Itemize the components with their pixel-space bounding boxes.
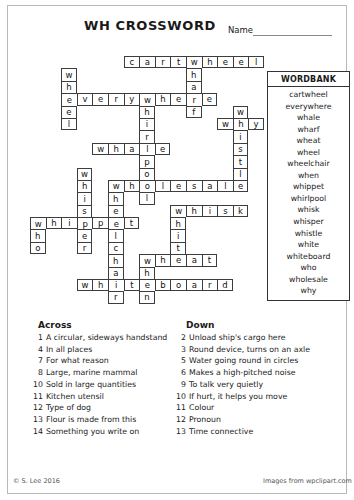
- grid-cell-r13c6[interactable]: t: [124, 217, 140, 229]
- clue-text: If hurt, it helps you move: [189, 391, 287, 403]
- grid-cell-r16c8[interactable]: h: [155, 254, 171, 266]
- wordbank-word: whisk: [268, 204, 349, 216]
- down-clues-section: Down 2Unload ship's cargo here3Round dev…: [170, 320, 346, 437]
- page-title: WH CROSSWORD: [84, 18, 216, 33]
- clue-item: 1A circular, sideways handstand: [28, 332, 170, 344]
- grid-cell-r18c11[interactable]: r: [202, 279, 218, 291]
- clue-text: Type of dog: [46, 402, 91, 414]
- grid-cell-r1c2[interactable]: w: [61, 68, 77, 80]
- clue-text: Large, marine mammal: [46, 367, 137, 379]
- grid-cell-r12c3[interactable]: s: [77, 205, 93, 217]
- clue-item: 2Unload ship's cargo here: [170, 332, 346, 344]
- grid-cell-r3c3[interactable]: v: [77, 93, 93, 105]
- grid-cell-r12c12[interactable]: s: [217, 205, 233, 217]
- grid-cell-r13c9[interactable]: h: [170, 217, 186, 229]
- clue-number: 7: [28, 355, 43, 367]
- clue-number: 9: [170, 379, 186, 391]
- wordbank-word: whiteboard: [268, 251, 349, 263]
- clue-item: 13Flour is made from this: [28, 414, 170, 426]
- grid-cell-r6c7[interactable]: r: [139, 130, 155, 142]
- grid-cell-r11c3[interactable]: i: [77, 192, 93, 204]
- crossword-grid: cartwheelwhhaeverywhereehfwliwhyriwhales…: [30, 56, 264, 304]
- clue-text: In all places: [46, 344, 92, 356]
- clue-number: 13: [170, 426, 186, 438]
- clue-item: 12Type of dog: [28, 402, 170, 414]
- grid-cell-r4c13[interactable]: w: [233, 106, 249, 118]
- grid-cell-r16c7[interactable]: w: [139, 254, 155, 266]
- grid-cell-r0c14[interactable]: l: [248, 56, 264, 68]
- grid-cell-r8c13[interactable]: t: [233, 155, 249, 167]
- grid-cell-r10c12[interactable]: l: [217, 180, 233, 192]
- grid-cell-r9c7[interactable]: o: [139, 168, 155, 180]
- grid-cell-r18c7[interactable]: e: [139, 279, 155, 291]
- clue-text: Round device, turns on an axle: [189, 344, 310, 356]
- grid-cell-r14c9[interactable]: i: [170, 229, 186, 241]
- grid-cell-r7c8[interactable]: e: [155, 143, 171, 155]
- wordbank-word: wheat: [268, 135, 349, 147]
- across-clues-section: Across 1A circular, sideways handstand4I…: [28, 320, 170, 437]
- grid-cell-r14c5[interactable]: l: [108, 229, 124, 241]
- grid-cell-r3c6[interactable]: y: [124, 93, 140, 105]
- grid-cell-r7c5[interactable]: h: [108, 143, 124, 155]
- clue-number: 6: [170, 367, 186, 379]
- grid-cell-r0c12[interactable]: e: [217, 56, 233, 68]
- grid-cell-r11c7[interactable]: l: [139, 192, 155, 204]
- clue-item: 6Makes a high-pitched noise: [170, 367, 346, 379]
- grid-cell-r13c5[interactable]: e: [108, 217, 124, 229]
- wordbank-word: white: [268, 239, 349, 251]
- grid-cell-r10c5[interactable]: w: [108, 180, 124, 192]
- grid-cell-r3c7[interactable]: w: [139, 93, 155, 105]
- grid-cell-r16c11[interactable]: t: [202, 254, 218, 266]
- grid-cell-r1c10[interactable]: h: [186, 68, 202, 80]
- wordbank-word: whirlpool: [268, 193, 349, 205]
- clue-number: 14: [28, 426, 43, 438]
- grid-cell-r14c3[interactable]: e: [77, 229, 93, 241]
- wordbank-list: cartwheeleverywherewhalewharfwheatwheelw…: [268, 87, 349, 300]
- clue-number: 11: [170, 402, 186, 414]
- grid-cell-r3c4[interactable]: e: [92, 93, 108, 105]
- grid-cell-r10c3[interactable]: h: [77, 180, 93, 192]
- grid-cell-r12c10[interactable]: h: [186, 205, 202, 217]
- grid-cell-r10c9[interactable]: e: [170, 180, 186, 192]
- wordbank-title: WORDBANK: [268, 72, 349, 87]
- grid-cell-r10c13[interactable]: e: [233, 180, 249, 192]
- grid-cell-r19c5[interactable]: r: [108, 291, 124, 303]
- grid-cell-r0c6[interactable]: c: [124, 56, 140, 68]
- grid-cell-r12c11[interactable]: i: [202, 205, 218, 217]
- grid-cell-r5c7[interactable]: i: [139, 118, 155, 130]
- grid-cell-r12c13[interactable]: k: [233, 205, 249, 217]
- name-input-line[interactable]: [253, 26, 332, 36]
- clue-number: 12: [28, 402, 43, 414]
- across-heading: Across: [38, 320, 170, 330]
- grid-cell-r18c9[interactable]: o: [170, 279, 186, 291]
- copyright-text: © S. Lee 2016: [13, 477, 60, 485]
- grid-cell-r6c13[interactable]: i: [233, 130, 249, 142]
- wordbank-word: everywhere: [268, 101, 349, 113]
- grid-cell-r16c10[interactable]: a: [186, 254, 202, 266]
- grid-cell-r12c9[interactable]: w: [170, 205, 186, 217]
- across-clue-list: 1A circular, sideways handstand4In all p…: [28, 332, 170, 437]
- grid-cell-r3c5[interactable]: r: [108, 93, 124, 105]
- wordbank-word: who: [268, 262, 349, 274]
- clue-text: Pronoun: [189, 414, 221, 426]
- grid-cell-r7c4[interactable]: w: [92, 143, 108, 155]
- clue-item: 12Pronoun: [170, 414, 346, 426]
- grid-cell-r11c5[interactable]: h: [108, 192, 124, 204]
- grid-cell-r2c2[interactable]: h: [61, 81, 77, 93]
- clue-number: 8: [28, 367, 43, 379]
- grid-cell-r18c3[interactable]: w: [77, 279, 93, 291]
- grid-cell-r3c11[interactable]: e: [202, 93, 218, 105]
- grid-cell-r18c8[interactable]: b: [155, 279, 171, 291]
- grid-cell-r5c13[interactable]: h: [233, 118, 249, 130]
- clue-number: 13: [28, 414, 43, 426]
- down-heading: Down: [186, 320, 346, 330]
- clue-item: 13Time connective: [170, 426, 346, 438]
- grid-cell-r18c12[interactable]: d: [217, 279, 233, 291]
- clue-text: For what reason: [46, 355, 109, 367]
- grid-cell-r4c7[interactable]: h: [139, 106, 155, 118]
- grid-cell-r5c14[interactable]: y: [248, 118, 264, 130]
- clue-number: 10: [28, 379, 43, 391]
- grid-cell-r0c11[interactable]: h: [202, 56, 218, 68]
- grid-cell-r12c5[interactable]: e: [108, 205, 124, 217]
- clue-text: Time connective: [189, 426, 253, 438]
- clue-number: 5: [170, 355, 186, 367]
- clue-text: To talk very quietly: [189, 379, 263, 391]
- grid-cell-r3c9[interactable]: e: [170, 93, 186, 105]
- clue-text: Makes a high-pitched noise: [189, 367, 296, 379]
- grid-cell-r18c10[interactable]: a: [186, 279, 202, 291]
- grid-cell-r17c7[interactable]: h: [139, 267, 155, 279]
- clue-number: 12: [170, 414, 186, 426]
- grid-cell-r0c7[interactable]: a: [139, 56, 155, 68]
- grid-cell-r13c1[interactable]: h: [46, 217, 62, 229]
- grid-cell-r16c5[interactable]: h: [108, 254, 124, 266]
- credit-text: Images from wpclipart.com: [263, 477, 352, 485]
- grid-cell-r7c7[interactable]: l: [139, 143, 155, 155]
- grid-cell-r9c3[interactable]: w: [77, 168, 93, 180]
- clue-text: Water going round in circles: [189, 355, 298, 367]
- clue-text: Unload ship's cargo here: [189, 332, 286, 344]
- grid-cell-r16c9[interactable]: e: [170, 254, 186, 266]
- clue-text: Sold in large quantities: [46, 379, 136, 391]
- grid-cell-r13c0[interactable]: w: [30, 217, 46, 229]
- grid-cell-r14c0[interactable]: h: [30, 229, 46, 241]
- grid-cell-r0c10[interactable]: w: [186, 56, 202, 68]
- wordbank-word: when: [268, 170, 349, 182]
- grid-cell-r3c10[interactable]: r: [186, 93, 202, 105]
- grid-cell-r5c2[interactable]: l: [61, 118, 77, 130]
- clue-text: A circular, sideways handstand: [46, 332, 167, 344]
- grid-cell-r15c3[interactable]: r: [77, 242, 93, 254]
- clue-number: 1: [28, 332, 43, 344]
- grid-cell-r0c9[interactable]: t: [170, 56, 186, 68]
- clue-item: 4In all places: [28, 344, 170, 356]
- grid-cell-r0c13[interactable]: e: [233, 56, 249, 68]
- down-clue-list: 2Unload ship's cargo here3Round device, …: [170, 332, 346, 437]
- clue-text: Kitchen utensil: [46, 391, 104, 403]
- clue-item: 5Water going round in circles: [170, 355, 346, 367]
- grid-cell-r15c0[interactable]: o: [30, 242, 46, 254]
- wordbank: WORDBANK cartwheeleverywherewhalewharfwh…: [267, 71, 350, 301]
- grid-cell-r10c8[interactable]: l: [155, 180, 171, 192]
- clue-text: Colour: [189, 402, 214, 414]
- grid-cell-r13c2[interactable]: i: [61, 217, 77, 229]
- grid-cell-r3c8[interactable]: h: [155, 93, 171, 105]
- clue-text: Something you write on: [46, 426, 139, 438]
- grid-cell-r17c5[interactable]: a: [108, 267, 124, 279]
- grid-cell-r19c7[interactable]: n: [139, 291, 155, 303]
- grid-cell-r15c9[interactable]: t: [170, 242, 186, 254]
- clue-item: 10If hurt, it helps you move: [170, 391, 346, 403]
- wordbank-word: wheelchair: [268, 158, 349, 170]
- clue-text: Flour is made from this: [46, 414, 136, 426]
- grid-cell-r0c8[interactable]: r: [155, 56, 171, 68]
- grid-cell-r18c6[interactable]: t: [124, 279, 140, 291]
- grid-cell-r10c7[interactable]: o: [139, 180, 155, 192]
- grid-cell-r7c6[interactable]: a: [124, 143, 140, 155]
- clue-number: 2: [170, 332, 186, 344]
- grid-cell-r4c2[interactable]: e: [61, 106, 77, 118]
- clue-number: 11: [28, 391, 43, 403]
- grid-cell-r3c2[interactable]: e: [61, 93, 77, 105]
- clue-item: 11Kitchen utensil: [28, 391, 170, 403]
- grid-cell-r15c5[interactable]: c: [108, 242, 124, 254]
- clue-number: 4: [28, 344, 43, 356]
- grid-cell-r10c10[interactable]: s: [186, 180, 202, 192]
- wordbank-word: whisper: [268, 216, 349, 228]
- grid-cell-r2c10[interactable]: a: [186, 81, 202, 93]
- grid-cell-r5c12[interactable]: w: [217, 118, 233, 130]
- grid-cell-r7c13[interactable]: s: [233, 143, 249, 155]
- wordbank-word: whistle: [268, 228, 349, 240]
- wordbank-word: cartwheel: [268, 89, 349, 101]
- clue-item: 11Colour: [170, 402, 346, 414]
- grid-cell-r18c4[interactable]: h: [92, 279, 108, 291]
- clue-item: 14Something you write on: [28, 426, 170, 438]
- grid-cell-r10c6[interactable]: h: [124, 180, 140, 192]
- wordbank-word: wheel: [268, 147, 349, 159]
- name-label: Name: [228, 25, 253, 35]
- grid-cell-r18c5[interactable]: i: [108, 279, 124, 291]
- wordbank-word: wholesale: [268, 274, 349, 286]
- wordbank-word: whippet: [268, 181, 349, 193]
- grid-cell-r8c7[interactable]: p: [139, 155, 155, 167]
- grid-cell-r13c4[interactable]: p: [92, 217, 108, 229]
- clue-item: 3Round device, turns on an axle: [170, 344, 346, 356]
- clue-item: 10Sold in large quantities: [28, 379, 170, 391]
- grid-cell-r9c13[interactable]: l: [233, 168, 249, 180]
- clue-item: 9To talk very quietly: [170, 379, 346, 391]
- clue-item: 8Large, marine mammal: [28, 367, 170, 379]
- wordbank-word: whale: [268, 112, 349, 124]
- clue-item: 7For what reason: [28, 355, 170, 367]
- grid-cell-r10c11[interactable]: a: [202, 180, 218, 192]
- grid-cell-r13c3[interactable]: p: [77, 217, 93, 229]
- clue-number: 10: [170, 391, 186, 403]
- wordbank-word: why: [268, 285, 349, 297]
- wordbank-word: wharf: [268, 124, 349, 136]
- clue-number: 3: [170, 344, 186, 356]
- grid-cell-r4c10[interactable]: f: [186, 106, 202, 118]
